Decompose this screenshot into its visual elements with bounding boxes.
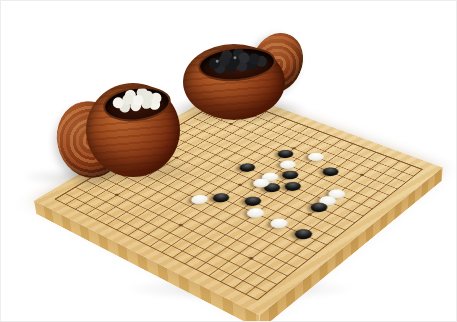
star-point (291, 147, 296, 150)
white-stone (325, 188, 348, 201)
black-stone (281, 180, 304, 192)
black-stone (275, 148, 297, 159)
star-point (360, 173, 366, 176)
star-point (307, 213, 313, 216)
black-stone (209, 192, 232, 205)
black-stone (319, 166, 341, 178)
white-stone (267, 217, 291, 231)
white-stone (277, 159, 299, 171)
star-point (178, 224, 184, 227)
star-point (248, 257, 254, 261)
star-point (114, 193, 120, 196)
black-stones-in-bowl (208, 58, 220, 70)
black-stone (307, 201, 330, 214)
black-stone (291, 227, 315, 241)
white-stone (305, 151, 327, 162)
black-stone (279, 169, 301, 181)
star-point (237, 183, 243, 186)
black-stone (237, 162, 259, 174)
black-stone (261, 182, 284, 194)
stone-glint (233, 56, 236, 59)
white-stones-in-bowl (112, 97, 124, 109)
white-stone (189, 193, 212, 206)
black-stone (242, 195, 265, 208)
white-stone (316, 194, 339, 207)
product-photo (0, 0, 457, 322)
white-stone (243, 206, 266, 219)
